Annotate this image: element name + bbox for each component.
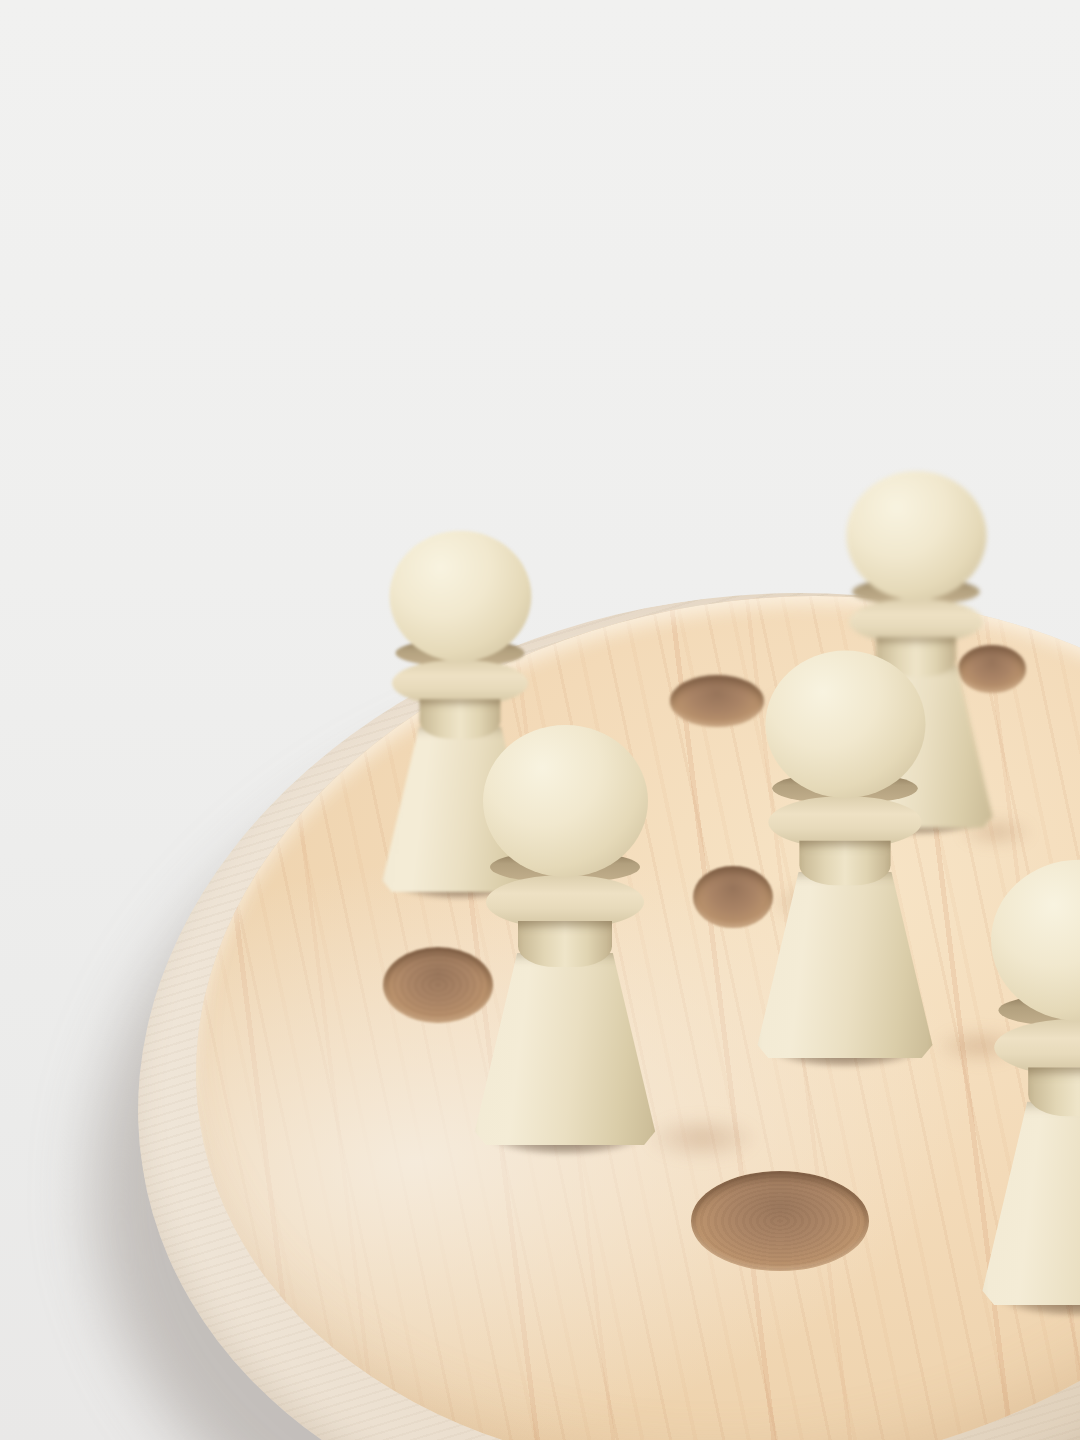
peg-head	[991, 860, 1080, 1021]
peg-front-center	[470, 725, 660, 1145]
peg-cone-body	[980, 1101, 1080, 1305]
peg-head	[483, 725, 648, 877]
peg-cone-body	[756, 872, 934, 1058]
peg-cone-body	[473, 953, 657, 1145]
peg-neck	[518, 921, 612, 967]
product-photo	[0, 0, 1080, 1440]
peg-mid-right	[753, 651, 937, 1058]
peg-head	[765, 651, 925, 798]
peg-right-edge	[977, 860, 1080, 1305]
peg-head	[846, 471, 986, 600]
peg-head	[389, 531, 531, 662]
hole-front-center	[691, 1171, 869, 1271]
hole-back-center	[670, 675, 764, 727]
peg-neck	[799, 841, 890, 886]
